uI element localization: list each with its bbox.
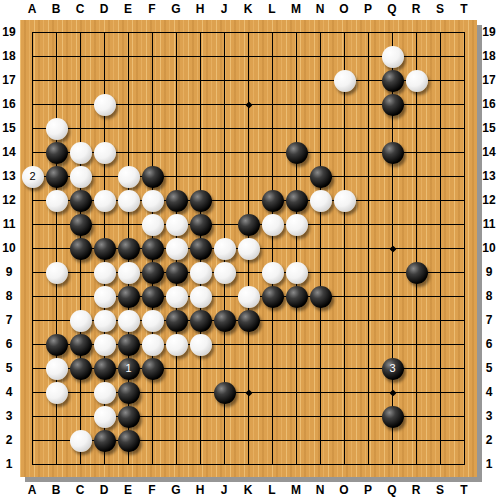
- stone-black[interactable]: [190, 190, 212, 212]
- grid-cell: [344, 296, 368, 320]
- grid-cell: [272, 56, 296, 80]
- stone-black[interactable]: 3: [382, 358, 404, 380]
- grid-cell: [320, 320, 344, 344]
- coordinate-label: H: [196, 483, 205, 497]
- stone-black[interactable]: [46, 142, 68, 164]
- stone-white[interactable]: [310, 190, 332, 212]
- stone-black[interactable]: [46, 334, 68, 356]
- grid-cell: [296, 320, 320, 344]
- stone-black[interactable]: [142, 286, 164, 308]
- coordinate-label: 7: [6, 313, 13, 327]
- grid-cell: [440, 368, 464, 392]
- stone-white[interactable]: [190, 286, 212, 308]
- grid-cell: [296, 80, 320, 104]
- grid-cell: [200, 416, 224, 440]
- grid-cell: [200, 56, 224, 80]
- stone-white[interactable]: [190, 334, 212, 356]
- grid-cell: [32, 416, 56, 440]
- grid-cell: [104, 32, 128, 56]
- stone-black[interactable]: [142, 166, 164, 188]
- grid-cell: [104, 56, 128, 80]
- grid-cell: [320, 104, 344, 128]
- grid-cell: [176, 128, 200, 152]
- grid-cell: [416, 200, 440, 224]
- stone-black[interactable]: [118, 286, 140, 308]
- coordinate-label: 12: [482, 193, 495, 207]
- stone-black[interactable]: [118, 334, 140, 356]
- grid-cell: [224, 344, 248, 368]
- grid-cell: [248, 368, 272, 392]
- grid-cell: [392, 320, 416, 344]
- stone-white[interactable]: [190, 262, 212, 284]
- stone-white[interactable]: [46, 382, 68, 404]
- grid-cell: [296, 104, 320, 128]
- grid-cell: [344, 248, 368, 272]
- stone-black[interactable]: [142, 358, 164, 380]
- grid-cell: [224, 440, 248, 464]
- grid-cell: [440, 176, 464, 200]
- coordinate-label: 11: [483, 217, 496, 231]
- coordinate-label: M: [291, 2, 301, 16]
- grid-cell: [416, 224, 440, 248]
- grid-cell: [272, 416, 296, 440]
- grid-cell: [248, 344, 272, 368]
- grid-cell: [296, 368, 320, 392]
- stone-white[interactable]: [334, 70, 356, 92]
- coordinate-label: 16: [2, 97, 15, 111]
- coordinate-label: C: [76, 2, 85, 16]
- grid-cell: [152, 128, 176, 152]
- stone-white[interactable]: [142, 214, 164, 236]
- coordinate-label: G: [171, 2, 180, 16]
- grid-cell: [392, 224, 416, 248]
- coordinate-label: 19: [2, 25, 15, 39]
- grid-cell: [56, 32, 80, 56]
- grid-cell: [200, 152, 224, 176]
- grid-cell: [440, 80, 464, 104]
- stone-black[interactable]: [382, 406, 404, 428]
- stone-white[interactable]: [46, 262, 68, 284]
- stone-white[interactable]: [166, 286, 188, 308]
- grid-cell: [272, 440, 296, 464]
- go-game-screenshot: ABCDEFGHJKLMNOPQRST ABCDEFGHJKLMNOPQRST …: [0, 0, 500, 500]
- coordinate-label: F: [148, 483, 155, 497]
- grid-cell: [344, 128, 368, 152]
- stone-black[interactable]: [118, 238, 140, 260]
- stone-white[interactable]: [166, 238, 188, 260]
- stone-black[interactable]: [70, 358, 92, 380]
- coordinate-label: 15: [2, 121, 15, 135]
- coordinate-label: 18: [2, 49, 15, 63]
- grid-cell: [248, 128, 272, 152]
- grid-cell: [152, 80, 176, 104]
- stone-white[interactable]: [142, 334, 164, 356]
- coordinate-label: G: [171, 483, 180, 497]
- grid-cell: [392, 296, 416, 320]
- grid-cell: [224, 416, 248, 440]
- grid-cell: [416, 176, 440, 200]
- stone-white[interactable]: [94, 406, 116, 428]
- coordinate-label: E: [124, 2, 132, 16]
- coordinate-label: P: [364, 2, 372, 16]
- grid-cell: [344, 368, 368, 392]
- grid-cell: [176, 368, 200, 392]
- grid-cell: [152, 440, 176, 464]
- coordinate-label: 2: [486, 433, 493, 447]
- stone-black[interactable]: [286, 286, 308, 308]
- coordinate-label: C: [76, 483, 85, 497]
- grid-cell: [440, 128, 464, 152]
- grid-cell: [248, 152, 272, 176]
- coordinate-label: O: [339, 2, 348, 16]
- stone-white[interactable]: [94, 334, 116, 356]
- stone-white[interactable]: [286, 262, 308, 284]
- grid-cell: [272, 320, 296, 344]
- grid-cell: [440, 344, 464, 368]
- stone-white[interactable]: [382, 46, 404, 68]
- stone-black[interactable]: [46, 166, 68, 188]
- stone-black[interactable]: [238, 310, 260, 332]
- stone-white[interactable]: [46, 358, 68, 380]
- grid-cell: [440, 224, 464, 248]
- stone-white[interactable]: [142, 310, 164, 332]
- grid-cell: [176, 104, 200, 128]
- grid-cell: [344, 416, 368, 440]
- coordinate-label: 4: [6, 385, 13, 399]
- grid-cell: [80, 32, 104, 56]
- coordinate-label: E: [124, 483, 132, 497]
- grid-cell: [440, 104, 464, 128]
- stone-black[interactable]: [262, 286, 284, 308]
- coordinate-label: 12: [2, 193, 15, 207]
- stone-black[interactable]: [70, 238, 92, 260]
- grid-cell: [224, 56, 248, 80]
- coordinate-label: 15: [482, 121, 495, 135]
- stone-black[interactable]: [94, 430, 116, 452]
- grid-cell: [440, 152, 464, 176]
- grid-cell: [344, 344, 368, 368]
- stone-black[interactable]: [286, 190, 308, 212]
- stone-white[interactable]: [70, 430, 92, 452]
- stone-white[interactable]: [70, 166, 92, 188]
- coordinate-label: N: [316, 2, 325, 16]
- move-number-label: 2: [29, 171, 35, 182]
- coordinate-label: 14: [482, 145, 495, 159]
- coordinate-label: H: [196, 2, 205, 16]
- grid-cell: [392, 176, 416, 200]
- grid-cell: [32, 440, 56, 464]
- stone-black[interactable]: [142, 238, 164, 260]
- grid-cell: [368, 200, 392, 224]
- grid-cell: [368, 440, 392, 464]
- grid-cell: [320, 368, 344, 392]
- goban[interactable]: 213: [20, 20, 477, 477]
- stone-white[interactable]: [214, 262, 236, 284]
- grid-cell: [176, 80, 200, 104]
- stone-black[interactable]: [70, 334, 92, 356]
- stone-black[interactable]: [310, 286, 332, 308]
- stone-white[interactable]: [94, 94, 116, 116]
- grid-cell: [344, 320, 368, 344]
- stone-black[interactable]: [214, 382, 236, 404]
- grid-cell: [368, 320, 392, 344]
- grid-cell: [152, 104, 176, 128]
- grid-cell: [224, 80, 248, 104]
- grid-cell: [272, 104, 296, 128]
- grid-cell: [32, 56, 56, 80]
- grid-cell: [320, 128, 344, 152]
- grid-cell: [248, 392, 272, 416]
- grid-cell: [416, 440, 440, 464]
- stone-black[interactable]: [382, 70, 404, 92]
- coordinate-label: 6: [6, 337, 13, 351]
- coordinate-label: 3: [6, 409, 13, 423]
- stone-white[interactable]: [166, 214, 188, 236]
- coordinate-label: 6: [486, 337, 493, 351]
- stone-white[interactable]: [166, 334, 188, 356]
- grid-cell: [416, 416, 440, 440]
- grid-cell: [392, 440, 416, 464]
- stone-black[interactable]: [190, 238, 212, 260]
- grid-cell: [440, 32, 464, 56]
- grid-cell: [416, 128, 440, 152]
- coordinate-label: S: [436, 2, 444, 16]
- grid-cell: [32, 224, 56, 248]
- grid-cell: [416, 296, 440, 320]
- stone-black[interactable]: [382, 94, 404, 116]
- grid-cell: [368, 296, 392, 320]
- grid-cell: [416, 320, 440, 344]
- coordinate-label: Q: [387, 483, 396, 497]
- stone-black[interactable]: [166, 310, 188, 332]
- stone-white[interactable]: [118, 310, 140, 332]
- stone-black[interactable]: [142, 262, 164, 284]
- coordinate-label: 1: [486, 457, 493, 471]
- coordinate-label: O: [339, 483, 348, 497]
- grid-cell: [392, 200, 416, 224]
- grid-cell: [368, 272, 392, 296]
- grid-cell: [200, 80, 224, 104]
- stone-white[interactable]: [334, 190, 356, 212]
- grid-cell: [128, 32, 152, 56]
- grid-cell: [440, 416, 464, 440]
- grid-cell: [128, 104, 152, 128]
- grid-cell: [344, 104, 368, 128]
- move-number-label: 1: [125, 363, 131, 374]
- stone-black[interactable]: [94, 358, 116, 380]
- stone-white[interactable]: [118, 190, 140, 212]
- stone-black[interactable]: [286, 142, 308, 164]
- stone-white[interactable]: [238, 238, 260, 260]
- coordinate-label: 3: [486, 409, 493, 423]
- coordinate-label: F: [148, 2, 155, 16]
- coordinate-label: 1: [6, 457, 13, 471]
- stone-white[interactable]: [70, 310, 92, 332]
- stone-black[interactable]: [118, 430, 140, 452]
- stone-black[interactable]: [166, 190, 188, 212]
- coordinate-label: A: [28, 483, 37, 497]
- stone-white[interactable]: [262, 262, 284, 284]
- stone-white[interactable]: [94, 190, 116, 212]
- grid-cell: [32, 32, 56, 56]
- stone-white[interactable]: [238, 286, 260, 308]
- stone-white[interactable]: [94, 262, 116, 284]
- grid-cell: [296, 440, 320, 464]
- grid-cell: [248, 80, 272, 104]
- coordinate-label: R: [412, 483, 421, 497]
- grid-cell: [200, 128, 224, 152]
- coordinate-label: 11: [3, 217, 16, 231]
- grid-cell: [128, 128, 152, 152]
- grid-cell: [56, 80, 80, 104]
- grid-cell: [176, 32, 200, 56]
- stone-black[interactable]: [94, 238, 116, 260]
- grid-cell: [32, 80, 56, 104]
- grid-cell: [440, 56, 464, 80]
- stone-black[interactable]: [310, 166, 332, 188]
- coordinate-label: 18: [482, 49, 495, 63]
- coordinate-label: 5: [6, 361, 13, 375]
- coordinate-label: T: [460, 2, 467, 16]
- grid-cell: [320, 344, 344, 368]
- stone-white[interactable]: [94, 310, 116, 332]
- stone-black[interactable]: [70, 214, 92, 236]
- grid-cell: [248, 104, 272, 128]
- stone-black[interactable]: [166, 262, 188, 284]
- stone-black[interactable]: [238, 214, 260, 236]
- stone-white[interactable]: [46, 118, 68, 140]
- stone-white[interactable]: [406, 70, 428, 92]
- stone-black[interactable]: [406, 262, 428, 284]
- stone-black[interactable]: [190, 310, 212, 332]
- grid-cell: [176, 440, 200, 464]
- coordinate-label: Q: [387, 2, 396, 16]
- grid-cell: [368, 248, 392, 272]
- coordinate-label: L: [268, 483, 275, 497]
- grid-cell: [128, 56, 152, 80]
- coordinate-label: 9: [486, 265, 493, 279]
- grid-cell: [152, 32, 176, 56]
- stone-white[interactable]: [94, 142, 116, 164]
- grid-cell: [416, 152, 440, 176]
- grid-cell: [272, 32, 296, 56]
- grid-cell: [152, 392, 176, 416]
- coordinate-label: N: [316, 483, 325, 497]
- stone-white[interactable]: [142, 190, 164, 212]
- grid-cell: [152, 416, 176, 440]
- stone-black[interactable]: [190, 214, 212, 236]
- grid-cell: [176, 416, 200, 440]
- coordinate-label: J: [221, 2, 228, 16]
- grid-cell: [440, 272, 464, 296]
- grid-cell: [320, 392, 344, 416]
- grid-cell: [200, 104, 224, 128]
- grid-cell: [440, 296, 464, 320]
- stone-white[interactable]: [70, 142, 92, 164]
- grid-cell: [416, 368, 440, 392]
- coordinate-label: 13: [482, 169, 495, 183]
- coordinate-label: A: [28, 2, 37, 16]
- grid-cell: [440, 200, 464, 224]
- coordinate-label: S: [436, 483, 444, 497]
- coordinate-label: B: [52, 483, 61, 497]
- coordinate-label: P: [364, 483, 372, 497]
- stone-white[interactable]: [46, 190, 68, 212]
- grid-cell: [272, 392, 296, 416]
- coordinate-label: T: [460, 483, 467, 497]
- grid-cell: [296, 416, 320, 440]
- grid-cell: [440, 392, 464, 416]
- grid-cell: [272, 368, 296, 392]
- coordinate-label: 17: [482, 73, 495, 87]
- grid-cell: [248, 440, 272, 464]
- grid-cell: [344, 392, 368, 416]
- grid-cell: [296, 392, 320, 416]
- grid-cell: [224, 128, 248, 152]
- grid-cell: [248, 32, 272, 56]
- coordinate-label: 8: [486, 289, 493, 303]
- grid-cell: [200, 440, 224, 464]
- coordinate-label: 8: [6, 289, 13, 303]
- grid-cell: [320, 32, 344, 56]
- stone-white[interactable]: [118, 262, 140, 284]
- grid-cell: [320, 416, 344, 440]
- grid-cell: [272, 344, 296, 368]
- grid-cell: [440, 440, 464, 464]
- grid-cell: [368, 224, 392, 248]
- stone-white[interactable]: [94, 286, 116, 308]
- coordinate-label: D: [100, 2, 109, 16]
- grid-cell: [296, 32, 320, 56]
- grid-cell: [176, 152, 200, 176]
- grid-cell: [344, 32, 368, 56]
- coordinate-label: 13: [2, 169, 15, 183]
- coordinate-label: L: [268, 2, 275, 16]
- coordinate-label: D: [100, 483, 109, 497]
- stone-white[interactable]: [286, 214, 308, 236]
- coordinate-label: B: [52, 2, 61, 16]
- stone-white[interactable]: [262, 214, 284, 236]
- stone-black[interactable]: [118, 382, 140, 404]
- stone-white[interactable]: [94, 382, 116, 404]
- grid-cell: [224, 176, 248, 200]
- grid-cell: [440, 248, 464, 272]
- coordinate-label: 7: [486, 313, 493, 327]
- coordinate-label: 10: [2, 241, 15, 255]
- grid-cell: [176, 56, 200, 80]
- stone-white[interactable]: [118, 166, 140, 188]
- grid-cell: [224, 104, 248, 128]
- stone-white[interactable]: 2: [22, 166, 44, 188]
- stone-black[interactable]: [214, 310, 236, 332]
- stone-black[interactable]: [70, 190, 92, 212]
- grid-cell: [248, 416, 272, 440]
- grid-cell: [416, 104, 440, 128]
- stone-black[interactable]: [118, 406, 140, 428]
- coordinate-label: 17: [2, 73, 15, 87]
- stone-black[interactable]: [262, 190, 284, 212]
- coordinate-label: 2: [6, 433, 13, 447]
- coordinate-label: 16: [482, 97, 495, 111]
- coordinate-label: 9: [6, 265, 13, 279]
- coordinate-label: R: [412, 2, 421, 16]
- grid-cell: [416, 32, 440, 56]
- coordinate-label: M: [291, 483, 301, 497]
- stone-black[interactable]: 1: [118, 358, 140, 380]
- grid-cell: [320, 224, 344, 248]
- stone-white[interactable]: [214, 238, 236, 260]
- stone-black[interactable]: [382, 142, 404, 164]
